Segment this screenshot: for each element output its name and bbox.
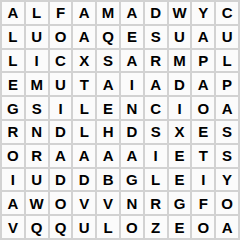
grid-cell[interactable]: D [169,73,191,95]
grid-cell[interactable]: A [192,73,214,95]
grid-cell[interactable]: S [26,97,48,119]
grid-cell[interactable]: V [2,216,24,238]
grid-cell[interactable]: O [50,26,72,48]
grid-cell[interactable]: A [50,145,72,167]
grid-cell[interactable]: R [2,121,24,143]
grid-cell[interactable]: G [169,192,191,214]
grid-cell[interactable]: U [73,216,95,238]
grid-cell[interactable]: P [192,50,214,72]
grid-cell[interactable]: Y [216,169,238,191]
grid-cell[interactable]: R [26,145,48,167]
grid-cell[interactable]: U [50,73,72,95]
grid-cell[interactable]: A [97,145,119,167]
grid-cell[interactable]: X [169,121,191,143]
grid-cell[interactable]: N [26,121,48,143]
grid-cell[interactable]: W [169,2,191,24]
grid-cell[interactable]: S [216,121,238,143]
grid-cell[interactable]: V [97,192,119,214]
grid-cell[interactable]: A [2,192,24,214]
grid-cell[interactable]: S [97,50,119,72]
grid-cell[interactable]: A [73,2,95,24]
grid-cell[interactable]: E [97,97,119,119]
grid-cell[interactable]: M [97,2,119,24]
grid-cell[interactable]: I [169,97,191,119]
grid-cell[interactable]: A [216,216,238,238]
grid-cell[interactable]: Q [26,216,48,238]
grid-cell[interactable]: A [73,145,95,167]
grid-cell[interactable]: A [2,2,24,24]
grid-cell[interactable]: N [121,192,143,214]
grid-cell[interactable]: U [216,26,238,48]
grid-cell[interactable]: E [169,216,191,238]
grid-cell[interactable]: I [2,169,24,191]
grid-cell[interactable]: B [97,169,119,191]
grid-cell[interactable]: U [26,26,48,48]
grid-cell[interactable]: L [73,97,95,119]
grid-cell[interactable]: R [145,50,167,72]
grid-cell[interactable]: O [50,192,72,214]
grid-cell[interactable]: L [2,26,24,48]
grid-cell[interactable]: E [169,169,191,191]
grid-cell[interactable]: U [169,26,191,48]
grid-cell[interactable]: C [50,50,72,72]
grid-cell[interactable]: H [97,121,119,143]
grid-cell[interactable]: I [50,97,72,119]
grid-cell[interactable]: X [73,50,95,72]
grid-cell[interactable]: I [121,73,143,95]
grid-cell[interactable]: C [216,2,238,24]
grid-cell[interactable]: V [73,192,95,214]
grid-cell[interactable]: Y [192,2,214,24]
grid-cell[interactable]: L [145,169,167,191]
grid-cell[interactable]: A [121,50,143,72]
grid-cell[interactable]: O [2,145,24,167]
word-search-grid: ALFAMADWYCLUOAQESUAULICXSARMPLEMUTAIADAP… [0,0,240,240]
grid-cell[interactable]: A [73,26,95,48]
grid-cell[interactable]: Q [50,216,72,238]
grid-cell[interactable]: T [73,73,95,95]
grid-cell[interactable]: R [145,192,167,214]
grid-cell[interactable]: D [145,2,167,24]
grid-cell[interactable]: T [192,145,214,167]
grid-cell[interactable]: A [145,73,167,95]
grid-cell[interactable]: O [216,192,238,214]
grid-cell[interactable]: A [121,2,143,24]
grid-cell[interactable]: L [97,216,119,238]
grid-cell[interactable]: I [192,169,214,191]
grid-cell[interactable]: L [73,121,95,143]
grid-cell[interactable]: D [121,121,143,143]
grid-cell[interactable]: F [50,2,72,24]
grid-cell[interactable]: E [121,26,143,48]
grid-cell[interactable]: G [121,169,143,191]
grid-cell[interactable]: S [145,26,167,48]
grid-cell[interactable]: E [2,73,24,95]
grid-cell[interactable]: Q [97,26,119,48]
grid-cell[interactable]: W [26,192,48,214]
grid-cell[interactable]: M [169,50,191,72]
grid-cell[interactable]: L [2,50,24,72]
grid-cell[interactable]: P [216,73,238,95]
grid-cell[interactable]: S [216,145,238,167]
grid-cell[interactable]: N [121,97,143,119]
grid-cell[interactable]: F [192,192,214,214]
grid-cell[interactable]: Z [145,216,167,238]
grid-cell[interactable]: L [26,2,48,24]
grid-cell[interactable]: O [192,216,214,238]
grid-cell[interactable]: O [192,97,214,119]
grid-cell[interactable]: E [192,121,214,143]
grid-cell[interactable]: O [121,216,143,238]
grid-cell[interactable]: D [50,169,72,191]
grid-cell[interactable]: C [145,97,167,119]
grid-cell[interactable]: D [50,121,72,143]
grid-cell[interactable]: E [169,145,191,167]
grid-cell[interactable]: S [145,121,167,143]
grid-cell[interactable]: A [121,145,143,167]
grid-cell[interactable]: I [26,50,48,72]
grid-cell[interactable]: I [145,145,167,167]
grid-cell[interactable]: L [216,50,238,72]
grid-cell[interactable]: U [26,169,48,191]
grid-cell[interactable]: G [2,97,24,119]
grid-cell[interactable]: A [216,97,238,119]
grid-cell[interactable]: A [192,26,214,48]
grid-cell[interactable]: M [26,73,48,95]
grid-cell[interactable]: D [73,169,95,191]
grid-cell[interactable]: A [97,73,119,95]
